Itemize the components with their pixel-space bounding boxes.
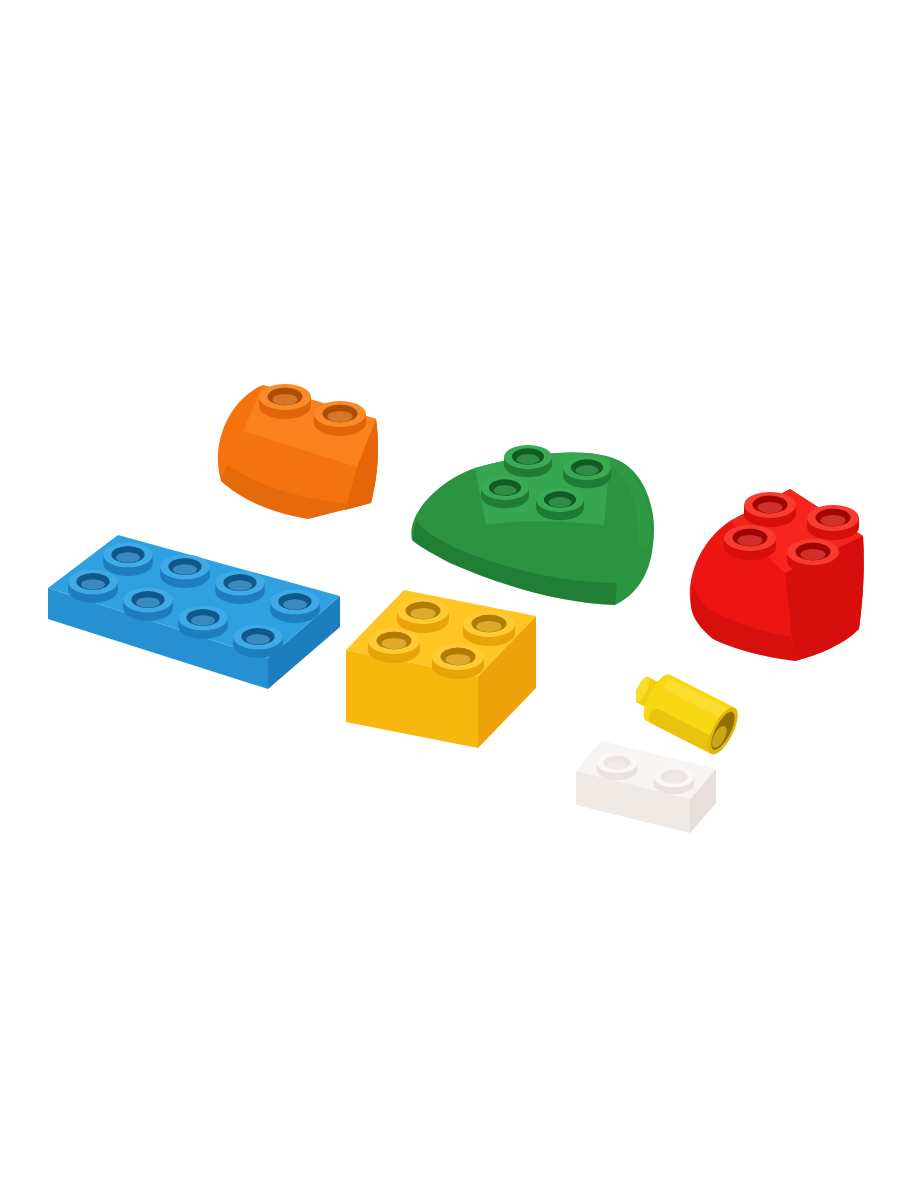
blue-plate xyxy=(45,535,345,700)
red-curved-brick xyxy=(683,479,873,679)
stud xyxy=(787,539,839,574)
stud xyxy=(397,598,449,633)
stud xyxy=(103,543,152,576)
stud xyxy=(463,611,515,646)
stud xyxy=(368,628,420,663)
stud xyxy=(270,590,319,623)
stud xyxy=(314,401,366,436)
orange-curved-brick xyxy=(213,381,383,533)
stud xyxy=(654,767,695,794)
stud xyxy=(807,505,859,540)
stud xyxy=(724,525,776,560)
stud xyxy=(481,476,529,508)
stud xyxy=(160,555,209,588)
stud xyxy=(432,644,484,679)
stud xyxy=(259,384,311,419)
stud xyxy=(597,753,638,780)
stud xyxy=(504,445,552,477)
stud xyxy=(233,625,282,658)
stud xyxy=(215,571,264,604)
white-plate xyxy=(576,733,741,848)
yellow-brick xyxy=(345,583,545,768)
stud xyxy=(68,570,117,603)
stud xyxy=(178,606,227,639)
photo-canvas xyxy=(0,0,900,1200)
stud xyxy=(563,456,611,488)
stud xyxy=(536,488,584,520)
stud xyxy=(123,588,172,621)
stud xyxy=(744,492,796,527)
